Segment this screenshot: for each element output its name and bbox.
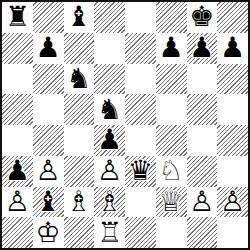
chess-board: ♜♜♝♝♚♚♟♟♟♟♟♟♟♟♞♞♞♞♟♟♟♟♟♙♟♙♛♛♞♘♟♙♝♝♝♗♝♗♛♕… [0, 0, 250, 250]
square-d7[interactable] [94, 33, 125, 64]
piece-fill-wB-c2: ♝ [64, 187, 95, 218]
square-c5[interactable] [64, 94, 95, 125]
square-e8[interactable] [125, 2, 156, 33]
piece-bP-a3[interactable]: ♟ [2, 156, 33, 187]
square-h5[interactable] [217, 94, 248, 125]
piece-bP-h7[interactable]: ♟ [217, 33, 248, 64]
piece-fill-bN-c6: ♞ [64, 64, 95, 95]
square-f5[interactable] [156, 94, 187, 125]
square-f7[interactable]: ♟♟ [156, 33, 187, 64]
square-d4[interactable]: ♟♟ [94, 125, 125, 156]
piece-fill-wP-d3: ♟ [94, 156, 125, 187]
square-c4[interactable] [64, 125, 95, 156]
square-a6[interactable] [2, 64, 33, 95]
square-g1[interactable] [187, 217, 218, 248]
square-a7[interactable] [2, 33, 33, 64]
piece-wP-g2[interactable]: ♙ [187, 187, 218, 218]
square-a3[interactable]: ♟♟ [2, 156, 33, 187]
square-e7[interactable] [125, 33, 156, 64]
piece-wB-d2[interactable]: ♗ [94, 187, 125, 218]
square-b8[interactable] [33, 2, 64, 33]
square-g7[interactable]: ♟♟ [187, 33, 218, 64]
piece-fill-bP-d4: ♟ [94, 125, 125, 156]
piece-fill-bQ-e3: ♛ [125, 156, 156, 187]
piece-fill-bN-d5: ♞ [94, 94, 125, 125]
square-c1[interactable] [64, 217, 95, 248]
square-d5[interactable]: ♞♞ [94, 94, 125, 125]
piece-bN-d5[interactable]: ♞ [94, 94, 125, 125]
square-e1[interactable] [125, 217, 156, 248]
square-a1[interactable] [2, 217, 33, 248]
square-h1[interactable] [217, 217, 248, 248]
piece-fill-wK-b1: ♚ [33, 217, 64, 248]
square-e4[interactable] [125, 125, 156, 156]
square-d3[interactable]: ♟♙ [94, 156, 125, 187]
square-g8[interactable]: ♚♚ [187, 2, 218, 33]
piece-fill-wQ-f2: ♛ [156, 187, 187, 218]
piece-bN-c6[interactable]: ♞ [64, 64, 95, 95]
piece-fill-bP-a3: ♟ [2, 156, 33, 187]
piece-fill-bP-b7: ♟ [33, 33, 64, 64]
square-c3[interactable] [64, 156, 95, 187]
chess-diagram: ♜♜♝♝♚♚♟♟♟♟♟♟♟♟♞♞♞♞♟♟♟♟♟♙♟♙♛♛♞♘♟♙♝♝♝♗♝♗♛♕… [0, 0, 250, 250]
square-c8[interactable]: ♝♝ [64, 2, 95, 33]
square-d2[interactable]: ♝♗ [94, 187, 125, 218]
piece-fill-wP-a2: ♟ [2, 187, 33, 218]
piece-wP-b3[interactable]: ♙ [33, 156, 64, 187]
square-a8[interactable]: ♜♜ [2, 2, 33, 33]
square-a2[interactable]: ♟♙ [2, 187, 33, 218]
square-c6[interactable]: ♞♞ [64, 64, 95, 95]
square-g5[interactable] [187, 94, 218, 125]
square-b7[interactable]: ♟♟ [33, 33, 64, 64]
piece-bP-d4[interactable]: ♟ [94, 125, 125, 156]
square-b5[interactable] [33, 94, 64, 125]
piece-wP-h2[interactable]: ♙ [217, 187, 248, 218]
square-d6[interactable] [94, 64, 125, 95]
piece-bQ-e3[interactable]: ♛ [125, 156, 156, 187]
piece-fill-bP-h7: ♟ [217, 33, 248, 64]
square-e3[interactable]: ♛♛ [125, 156, 156, 187]
square-g4[interactable] [187, 125, 218, 156]
piece-fill-bP-g7: ♟ [187, 33, 218, 64]
square-f2[interactable]: ♛♕ [156, 187, 187, 218]
piece-wP-d3[interactable]: ♙ [94, 156, 125, 187]
piece-bP-b7[interactable]: ♟ [33, 33, 64, 64]
square-a4[interactable] [2, 125, 33, 156]
square-b4[interactable] [33, 125, 64, 156]
piece-wK-b1[interactable]: ♔ [33, 217, 64, 248]
piece-bK-g8[interactable]: ♚ [187, 2, 218, 33]
piece-bP-g7[interactable]: ♟ [187, 33, 218, 64]
square-e6[interactable] [125, 64, 156, 95]
square-a5[interactable] [2, 94, 33, 125]
square-f1[interactable] [156, 217, 187, 248]
piece-bB-c8[interactable]: ♝ [64, 2, 95, 33]
piece-fill-bR-a8: ♜ [2, 2, 33, 33]
square-b2[interactable]: ♝♝ [33, 187, 64, 218]
piece-fill-wN-f3: ♞ [156, 156, 187, 187]
piece-wR-d1[interactable]: ♖ [94, 217, 125, 248]
square-d8[interactable] [94, 2, 125, 33]
piece-fill-wP-g2: ♟ [187, 187, 218, 218]
piece-wP-a2[interactable]: ♙ [2, 187, 33, 218]
square-h6[interactable] [217, 64, 248, 95]
piece-fill-wR-d1: ♜ [94, 217, 125, 248]
square-f8[interactable] [156, 2, 187, 33]
square-e2[interactable] [125, 187, 156, 218]
piece-fill-wP-b3: ♟ [33, 156, 64, 187]
square-h2[interactable]: ♟♙ [217, 187, 248, 218]
square-c2[interactable]: ♝♗ [64, 187, 95, 218]
piece-bB-b2[interactable]: ♝ [33, 187, 64, 218]
piece-fill-wP-h2: ♟ [217, 187, 248, 218]
piece-wQ-f2[interactable]: ♕ [156, 187, 187, 218]
square-f3[interactable]: ♞♘ [156, 156, 187, 187]
square-b6[interactable] [33, 64, 64, 95]
piece-fill-bB-c8: ♝ [64, 2, 95, 33]
square-h7[interactable]: ♟♟ [217, 33, 248, 64]
piece-fill-bB-b2: ♝ [33, 187, 64, 218]
square-b3[interactable]: ♟♙ [33, 156, 64, 187]
square-g3[interactable] [187, 156, 218, 187]
piece-bP-f7[interactable]: ♟ [156, 33, 187, 64]
piece-fill-wB-d2: ♝ [94, 187, 125, 218]
square-g2[interactable]: ♟♙ [187, 187, 218, 218]
square-h8[interactable] [217, 2, 248, 33]
square-f6[interactable] [156, 64, 187, 95]
piece-wB-c2[interactable]: ♗ [64, 187, 95, 218]
square-b1[interactable]: ♚♔ [33, 217, 64, 248]
square-h4[interactable] [217, 125, 248, 156]
square-c7[interactable] [64, 33, 95, 64]
square-f4[interactable] [156, 125, 187, 156]
piece-fill-bK-g8: ♚ [187, 2, 218, 33]
square-d1[interactable]: ♜♖ [94, 217, 125, 248]
square-h3[interactable] [217, 156, 248, 187]
piece-bR-a8[interactable]: ♜ [2, 2, 33, 33]
square-g6[interactable] [187, 64, 218, 95]
square-e5[interactable] [125, 94, 156, 125]
piece-wN-f3[interactable]: ♘ [156, 156, 187, 187]
piece-fill-bP-f7: ♟ [156, 33, 187, 64]
